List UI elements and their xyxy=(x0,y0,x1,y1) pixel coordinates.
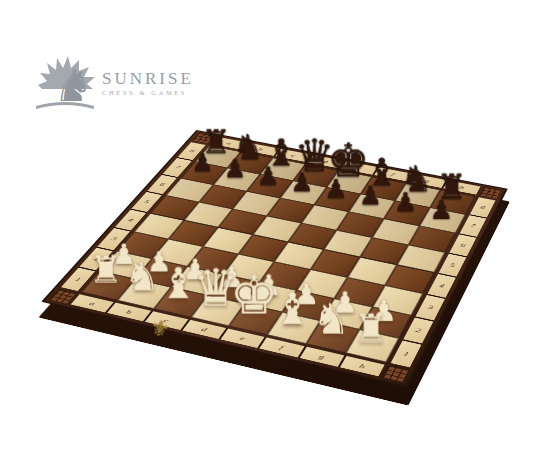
rank-label-6: 6 xyxy=(449,234,476,256)
product-photo: ♞ SUNRISE CHESS & GAMES abcdefgh abcdefg… xyxy=(0,0,550,450)
board-frame: abcdefgh abcdefgh 87654321 87654321 ♜♞♝♛… xyxy=(41,130,508,388)
frame-corner-ornament xyxy=(50,290,76,304)
frame-corner-ornament xyxy=(383,366,409,382)
board-scene: abcdefgh abcdefgh 87654321 87654321 ♜♞♝♛… xyxy=(0,0,550,450)
rank-label-7: 7 xyxy=(460,215,487,236)
rank-label-5: 5 xyxy=(439,254,467,277)
frame-corner-ornament xyxy=(193,133,214,143)
rank-label-8: 8 xyxy=(470,197,496,217)
square-f2: ♟ xyxy=(282,290,334,320)
square-h8: ♜ xyxy=(430,190,475,215)
chess-board: abcdefgh abcdefgh 87654321 87654321 ♜♞♝♛… xyxy=(41,130,508,388)
frame-corner-ornament xyxy=(480,187,501,198)
